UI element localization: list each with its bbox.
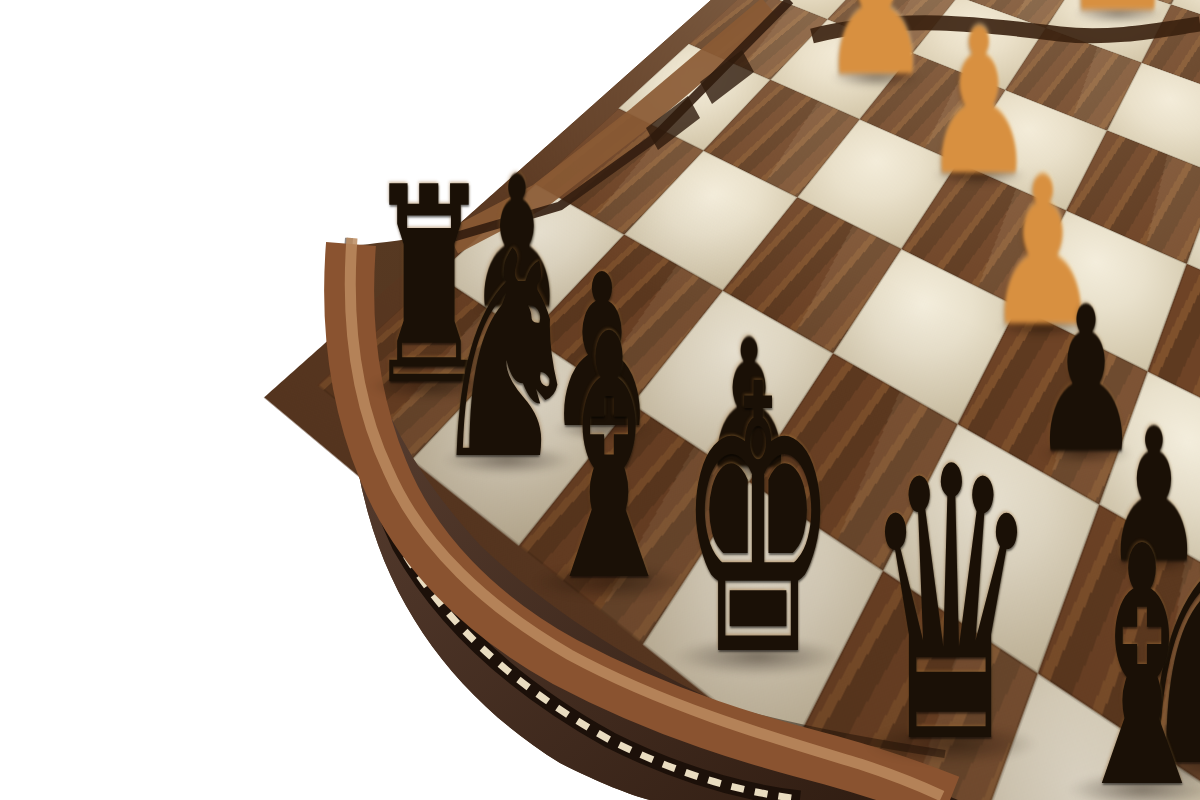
piece-white-pawn-h2: ♟	[821, 0, 931, 80]
piece-black-bishop-c8: ♝	[1065, 544, 1200, 794]
pieces-layer: ♟♟♟♟♟♟♟♟♟♜♞♝♚♛♝♞	[0, 0, 1200, 800]
piece-white-pawn-e2: ♟	[1063, 0, 1173, 16]
piece-black-bishop-f8: ♝	[533, 332, 684, 587]
round-chess-table-photo: ♟♟♟♟♟♟♟♟♟♜♞♝♚♛♝♞	[0, 0, 1200, 800]
piece-black-queen-d8: ♛	[863, 465, 1038, 750]
piece-black-king-e8: ♚	[678, 382, 837, 662]
